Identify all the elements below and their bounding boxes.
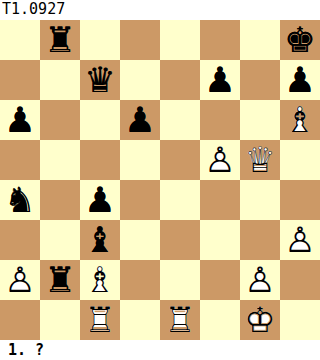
square-h8[interactable]: ♚♔: [280, 20, 320, 60]
black-queen-icon: ♛♕: [80, 60, 120, 100]
square-d3[interactable]: [120, 220, 160, 260]
square-g4[interactable]: [240, 180, 280, 220]
square-f3[interactable]: [200, 220, 240, 260]
square-f6[interactable]: [200, 100, 240, 140]
black-pawn-icon: ♟♙: [280, 60, 320, 100]
black-rook-icon: ♜♖: [40, 20, 80, 60]
square-h3[interactable]: ♟♙: [280, 220, 320, 260]
square-d4[interactable]: [120, 180, 160, 220]
white-bishop-icon: ♝♗: [80, 260, 120, 300]
chess-app: T1.0927 ♜♖♚♔♛♕♟♙♟♙♟♙♟♙♝♗♟♙♛♕♞♘♟♙♝♗♟♙♟♙♜♖…: [0, 0, 320, 360]
white-pawn-icon: ♟♙: [240, 260, 280, 300]
square-e3[interactable]: [160, 220, 200, 260]
white-bishop-icon: ♝♗: [280, 100, 320, 140]
square-h5[interactable]: [280, 140, 320, 180]
white-rook-icon: ♜♖: [80, 300, 120, 340]
square-f8[interactable]: [200, 20, 240, 60]
square-b7[interactable]: [40, 60, 80, 100]
square-b6[interactable]: [40, 100, 80, 140]
square-e6[interactable]: [160, 100, 200, 140]
square-c4[interactable]: ♟♙: [80, 180, 120, 220]
white-rook-icon: ♜♖: [160, 300, 200, 340]
square-f7[interactable]: ♟♙: [200, 60, 240, 100]
square-b4[interactable]: [40, 180, 80, 220]
square-g5[interactable]: ♛♕: [240, 140, 280, 180]
square-g1[interactable]: ♚♔: [240, 300, 280, 340]
square-b3[interactable]: [40, 220, 80, 260]
square-f1[interactable]: [200, 300, 240, 340]
black-king-icon: ♚♔: [280, 20, 320, 60]
square-a3[interactable]: [0, 220, 40, 260]
square-e2[interactable]: [160, 260, 200, 300]
square-a2[interactable]: ♟♙: [0, 260, 40, 300]
square-g2[interactable]: ♟♙: [240, 260, 280, 300]
square-g7[interactable]: [240, 60, 280, 100]
square-d6[interactable]: ♟♙: [120, 100, 160, 140]
square-e7[interactable]: [160, 60, 200, 100]
square-c5[interactable]: [80, 140, 120, 180]
square-c1[interactable]: ♜♖: [80, 300, 120, 340]
black-pawn-icon: ♟♙: [120, 100, 160, 140]
black-bishop-icon: ♝♗: [80, 220, 120, 260]
square-c2[interactable]: ♝♗: [80, 260, 120, 300]
square-a1[interactable]: [0, 300, 40, 340]
square-d8[interactable]: [120, 20, 160, 60]
black-knight-icon: ♞♘: [0, 180, 40, 220]
square-b8[interactable]: ♜♖: [40, 20, 80, 60]
chess-board: ♜♖♚♔♛♕♟♙♟♙♟♙♟♙♝♗♟♙♛♕♞♘♟♙♝♗♟♙♟♙♜♖♝♗♟♙♜♖♜♖…: [0, 20, 320, 340]
square-e4[interactable]: [160, 180, 200, 220]
square-f4[interactable]: [200, 180, 240, 220]
square-g6[interactable]: [240, 100, 280, 140]
square-f5[interactable]: ♟♙: [200, 140, 240, 180]
square-e1[interactable]: ♜♖: [160, 300, 200, 340]
square-g3[interactable]: [240, 220, 280, 260]
square-c3[interactable]: ♝♗: [80, 220, 120, 260]
white-queen-icon: ♛♕: [240, 140, 280, 180]
square-c6[interactable]: [80, 100, 120, 140]
square-e8[interactable]: [160, 20, 200, 60]
black-pawn-icon: ♟♙: [200, 60, 240, 100]
square-g8[interactable]: [240, 20, 280, 60]
puzzle-title: T1.0927: [0, 0, 320, 20]
square-a7[interactable]: [0, 60, 40, 100]
square-h7[interactable]: ♟♙: [280, 60, 320, 100]
square-b1[interactable]: [40, 300, 80, 340]
black-rook-icon: ♜♖: [40, 260, 80, 300]
black-pawn-icon: ♟♙: [80, 180, 120, 220]
black-pawn-icon: ♟♙: [0, 100, 40, 140]
square-h2[interactable]: [280, 260, 320, 300]
square-d2[interactable]: [120, 260, 160, 300]
white-pawn-icon: ♟♙: [280, 220, 320, 260]
square-h4[interactable]: [280, 180, 320, 220]
white-pawn-icon: ♟♙: [0, 260, 40, 300]
square-h6[interactable]: ♝♗: [280, 100, 320, 140]
square-e5[interactable]: [160, 140, 200, 180]
square-d5[interactable]: [120, 140, 160, 180]
white-pawn-icon: ♟♙: [200, 140, 240, 180]
square-d7[interactable]: [120, 60, 160, 100]
square-b5[interactable]: [40, 140, 80, 180]
white-king-icon: ♚♔: [240, 300, 280, 340]
square-a8[interactable]: [0, 20, 40, 60]
square-c8[interactable]: [80, 20, 120, 60]
square-f2[interactable]: [200, 260, 240, 300]
square-c7[interactable]: ♛♕: [80, 60, 120, 100]
square-h1[interactable]: [280, 300, 320, 340]
move-prompt: 1. ?: [0, 340, 320, 360]
square-b2[interactable]: ♜♖: [40, 260, 80, 300]
square-d1[interactable]: [120, 300, 160, 340]
square-a4[interactable]: ♞♘: [0, 180, 40, 220]
square-a6[interactable]: ♟♙: [0, 100, 40, 140]
square-a5[interactable]: [0, 140, 40, 180]
